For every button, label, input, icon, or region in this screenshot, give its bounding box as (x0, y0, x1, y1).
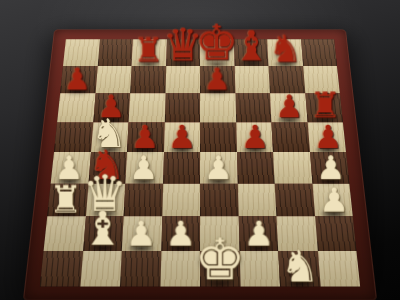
cream-pawn-d2[interactable]: ♟ (165, 219, 196, 251)
square-c7[interactable] (130, 66, 166, 94)
red-rook-c8[interactable]: ♜ (134, 35, 164, 66)
square-h8[interactable] (301, 39, 337, 65)
cream-king-e1[interactable]: ♚ (194, 234, 245, 286)
square-f5[interactable]: ♟ (236, 122, 273, 152)
square-h1[interactable] (317, 250, 360, 286)
red-king-e8[interactable]: ♚ (195, 21, 239, 66)
cream-pawn-e4[interactable]: ♟ (204, 153, 233, 183)
board-frame: ♜♛♚♝♞♟♟♟♟♜♞♟♟♟♟♟♞♟♟♟♜♛♟♝♟♟♟♚♞ (23, 29, 377, 300)
square-c4[interactable]: ♟ (125, 152, 163, 183)
app-background: ♜♛♚♝♞♟♟♟♟♜♞♟♟♟♟♟♞♟♟♟♜♛♟♝♟♟♟♚♞ (0, 0, 400, 300)
red-pawn-a7[interactable]: ♟ (64, 65, 91, 93)
red-pawn-g6[interactable]: ♟ (275, 93, 303, 122)
square-g5[interactable] (271, 122, 309, 152)
square-d7[interactable] (165, 66, 200, 94)
square-b2[interactable]: ♝ (83, 216, 124, 250)
square-e4[interactable]: ♟ (200, 152, 237, 183)
square-a7[interactable]: ♟ (60, 66, 97, 94)
red-knight-g8[interactable]: ♞ (269, 31, 303, 66)
cream-knight-g1[interactable]: ♞ (280, 246, 319, 286)
cream-pawn-h4[interactable]: ♟ (316, 153, 345, 183)
square-h3[interactable]: ♟ (312, 183, 353, 216)
square-d5[interactable]: ♟ (164, 122, 201, 152)
board-grid: ♜♛♚♝♞♟♟♟♟♜♞♟♟♟♟♟♞♟♟♟♜♛♟♝♟♟♟♚♞ (40, 39, 360, 286)
square-c3[interactable] (124, 183, 163, 216)
board-tilt: ♜♛♚♝♞♟♟♟♟♜♞♟♟♟♟♟♞♟♟♟♜♛♟♝♟♟♟♚♞ (23, 29, 377, 300)
red-pawn-e7[interactable]: ♟ (204, 65, 231, 93)
square-f3[interactable] (237, 183, 276, 216)
square-d3[interactable] (162, 183, 200, 216)
square-b1[interactable] (80, 250, 122, 286)
square-g8[interactable]: ♞ (267, 39, 303, 65)
cream-rook-a3[interactable]: ♜ (49, 182, 83, 217)
square-e3[interactable] (200, 183, 238, 216)
square-d4[interactable] (163, 152, 200, 183)
square-a2[interactable] (44, 216, 86, 250)
square-h2[interactable] (315, 216, 357, 250)
cream-pawn-c4[interactable]: ♟ (129, 153, 158, 183)
square-g4[interactable] (273, 152, 312, 183)
cream-pawn-f2[interactable]: ♟ (243, 219, 274, 251)
square-g1[interactable]: ♞ (278, 250, 320, 286)
square-e1[interactable]: ♚ (200, 250, 240, 286)
square-e7[interactable]: ♟ (200, 66, 235, 94)
square-c2[interactable]: ♟ (122, 216, 162, 250)
square-f4[interactable] (237, 152, 275, 183)
square-c1[interactable] (120, 250, 161, 286)
square-e6[interactable] (200, 93, 236, 122)
square-a1[interactable] (40, 250, 83, 286)
cream-pawn-h3[interactable]: ♟ (319, 185, 349, 216)
cream-bishop-b2[interactable]: ♝ (81, 207, 123, 250)
red-pawn-d5[interactable]: ♟ (167, 123, 196, 152)
square-h4[interactable]: ♟ (310, 152, 350, 183)
square-c8[interactable]: ♜ (132, 39, 167, 65)
square-g3[interactable] (275, 183, 315, 216)
red-pawn-f5[interactable]: ♟ (240, 123, 269, 152)
cream-pawn-c2[interactable]: ♟ (126, 219, 157, 251)
square-a6[interactable] (57, 93, 95, 122)
square-f7[interactable] (234, 66, 270, 94)
square-g6[interactable]: ♟ (270, 93, 307, 122)
square-b8[interactable] (97, 39, 133, 65)
chessboard-3d-scene: ♜♛♚♝♞♟♟♟♟♜♞♟♟♟♟♟♞♟♟♟♜♛♟♝♟♟♟♚♞ (0, 0, 400, 300)
